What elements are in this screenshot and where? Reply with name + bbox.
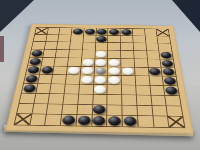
board-cell[interactable] — [108, 95, 123, 105]
board-cell[interactable] — [70, 42, 83, 50]
photo-scene — [0, 0, 200, 150]
hnefatafl-board-grid — [14, 27, 186, 128]
board-cell[interactable] — [82, 50, 95, 58]
defender-piece[interactable] — [95, 59, 106, 66]
defender-piece[interactable] — [95, 76, 107, 84]
board-cell[interactable] — [135, 76, 150, 85]
attacker-piece[interactable] — [25, 75, 38, 83]
attacker-piece[interactable] — [29, 58, 41, 65]
defender-piece[interactable] — [122, 68, 134, 75]
board-cell[interactable] — [137, 95, 152, 105]
board-cell[interactable] — [137, 105, 153, 116]
hnefatafl-board — [5, 24, 193, 134]
corner-x-icon — [35, 28, 48, 35]
board-cell[interactable] — [164, 86, 180, 96]
board-cell[interactable] — [146, 43, 160, 51]
board-cell[interactable] — [168, 117, 185, 129]
board-cell[interactable] — [92, 105, 107, 116]
board-cell[interactable] — [121, 43, 134, 51]
table-edge-sliver — [0, 36, 4, 62]
board-cell[interactable] — [79, 85, 94, 95]
attacker-piece[interactable] — [93, 105, 106, 114]
board-cell[interactable] — [165, 96, 181, 106]
board-cell[interactable] — [95, 43, 108, 51]
attacker-piece[interactable] — [31, 50, 43, 57]
attacker-piece[interactable] — [108, 116, 121, 126]
board-cell[interactable] — [77, 104, 93, 115]
board-cell[interactable] — [121, 59, 135, 68]
board-cell[interactable] — [121, 51, 134, 59]
board-cell[interactable] — [83, 43, 96, 51]
attacker-piece[interactable] — [72, 28, 83, 34]
dark-table-corner-left — [0, 0, 34, 32]
dark-table-corner-right — [172, 0, 200, 32]
defender-piece[interactable] — [94, 85, 106, 93]
board-cell[interactable] — [94, 67, 108, 76]
attacker-piece[interactable] — [97, 29, 107, 35]
board-cell[interactable] — [61, 115, 77, 127]
defender-piece[interactable] — [81, 67, 93, 74]
board-cell[interactable] — [163, 77, 178, 86]
board-cell[interactable] — [45, 115, 62, 127]
board-cell[interactable] — [153, 116, 170, 128]
board-cell[interactable] — [57, 42, 71, 50]
board-cell[interactable] — [93, 95, 108, 105]
board-cell[interactable] — [167, 106, 184, 117]
board-cell[interactable] — [108, 85, 122, 95]
board-cell[interactable] — [108, 76, 122, 85]
attacker-piece[interactable] — [160, 52, 172, 59]
attacker-piece[interactable] — [85, 29, 95, 35]
board-cell[interactable] — [78, 94, 93, 104]
board-cell[interactable] — [161, 59, 176, 68]
board-cell[interactable] — [135, 67, 149, 76]
attacker-piece[interactable] — [93, 116, 106, 126]
defender-piece[interactable] — [82, 59, 93, 66]
board-cell[interactable] — [108, 43, 121, 51]
board-cell[interactable] — [62, 104, 78, 115]
board-cell[interactable] — [81, 67, 95, 76]
board-cell[interactable] — [160, 51, 174, 59]
board-cell[interactable] — [81, 58, 95, 67]
board-cell[interactable] — [108, 67, 122, 76]
defender-piece[interactable] — [96, 51, 107, 58]
attacker-piece[interactable] — [164, 77, 177, 85]
attacker-piece[interactable] — [62, 115, 76, 124]
king-piece[interactable] — [96, 68, 106, 74]
board-cell[interactable] — [108, 51, 121, 59]
board-cell[interactable] — [67, 66, 81, 75]
board-cell[interactable] — [147, 51, 161, 59]
board-cell[interactable] — [56, 50, 70, 58]
board-cell[interactable] — [66, 75, 81, 84]
board-cell[interactable] — [122, 95, 137, 105]
board-cell[interactable] — [80, 75, 94, 84]
board-cell[interactable] — [159, 44, 173, 52]
board-cell[interactable] — [55, 58, 69, 67]
defender-piece[interactable] — [81, 76, 93, 84]
attacker-piece[interactable] — [109, 29, 119, 35]
board-cell[interactable] — [52, 75, 67, 84]
defender-piece[interactable] — [109, 67, 120, 74]
defender-piece[interactable] — [109, 76, 121, 84]
board-cell[interactable] — [149, 76, 164, 85]
board-cell[interactable] — [148, 68, 163, 77]
board-cell[interactable] — [138, 116, 154, 128]
board-cell[interactable] — [152, 106, 168, 117]
board-cell[interactable] — [50, 84, 65, 94]
board-cell[interactable] — [92, 115, 108, 127]
board-cell[interactable] — [94, 76, 108, 85]
attacker-piece[interactable] — [165, 86, 178, 94]
attacker-piece[interactable] — [77, 116, 90, 126]
board-cell[interactable] — [150, 86, 165, 96]
board-cell[interactable] — [95, 50, 108, 58]
board-cell[interactable] — [108, 59, 121, 68]
attacker-piece[interactable] — [23, 84, 36, 92]
board-cell[interactable] — [68, 58, 82, 67]
attacker-piece[interactable] — [161, 60, 173, 67]
board-cell[interactable] — [63, 94, 79, 104]
attacker-piece[interactable] — [27, 66, 40, 73]
board-cell[interactable] — [134, 59, 148, 68]
board-cell[interactable] — [95, 58, 108, 67]
board-cell[interactable] — [121, 67, 135, 76]
attacker-piece[interactable] — [163, 68, 175, 75]
board-cell[interactable] — [108, 105, 123, 116]
corner-x-icon — [157, 29, 169, 36]
attacker-piece[interactable] — [121, 29, 131, 35]
defender-piece[interactable] — [109, 59, 120, 66]
board-cell[interactable] — [93, 85, 107, 95]
board-cell[interactable] — [147, 59, 161, 68]
board-cell[interactable] — [53, 66, 68, 75]
attacker-piece[interactable] — [149, 68, 161, 75]
board-cell[interactable] — [151, 95, 167, 105]
board-cell[interactable] — [76, 115, 92, 127]
attacker-piece[interactable] — [41, 67, 53, 74]
board-cell[interactable] — [49, 94, 65, 104]
board-cell[interactable] — [47, 104, 63, 115]
board-cell[interactable] — [162, 68, 177, 77]
board-cell[interactable] — [65, 84, 80, 94]
board-cell[interactable] — [136, 85, 151, 95]
board-cell[interactable] — [123, 116, 139, 128]
board-cell[interactable] — [122, 85, 137, 95]
corner-x-icon — [168, 117, 184, 128]
attacker-piece[interactable] — [97, 36, 107, 42]
board-cell[interactable] — [107, 116, 123, 128]
board-cell[interactable] — [133, 43, 146, 51]
defender-piece[interactable] — [68, 67, 80, 74]
board-cell[interactable] — [69, 50, 83, 58]
board-cell[interactable] — [122, 105, 137, 116]
board-cell[interactable] — [134, 51, 148, 59]
corner-x-icon — [15, 114, 31, 125]
board-cell[interactable] — [122, 76, 136, 85]
attacker-piece[interactable] — [124, 116, 137, 126]
